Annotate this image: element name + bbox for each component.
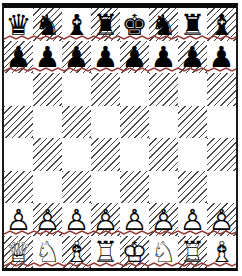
square-e4[interactable]	[120, 138, 149, 171]
white-pawn: ♟♙	[122, 206, 148, 235]
square-c5[interactable]	[62, 106, 91, 139]
black-pawn: ♟	[151, 43, 177, 72]
square-c1[interactable]: ♝♗	[62, 236, 91, 269]
square-h4[interactable]	[207, 138, 236, 171]
black-pawn: ♟	[122, 43, 148, 72]
white-piece-outline: ♙	[209, 206, 235, 235]
square-e6[interactable]	[120, 73, 149, 106]
square-f6[interactable]	[149, 73, 178, 106]
square-g8[interactable]: ♜	[178, 8, 207, 41]
square-g5[interactable]	[178, 106, 207, 139]
black-pawn: ♟	[209, 43, 235, 72]
white-bishop: ♝♗	[209, 238, 235, 267]
white-knight: ♞♘	[35, 238, 61, 267]
white-piece-outline: ♗	[64, 238, 90, 267]
square-a5[interactable]	[4, 106, 33, 139]
white-piece-outline: ♔	[122, 238, 148, 267]
white-pawn: ♟♙	[6, 206, 32, 235]
black-pawn: ♟	[35, 43, 61, 72]
square-f4[interactable]	[149, 138, 178, 171]
black-knight: ♞	[151, 11, 177, 40]
square-d3[interactable]	[91, 171, 120, 204]
square-g2[interactable]: ♟♙	[178, 203, 207, 236]
square-b6[interactable]	[33, 73, 62, 106]
square-d6[interactable]	[91, 73, 120, 106]
square-h3[interactable]	[207, 171, 236, 204]
square-g6[interactable]	[178, 73, 207, 106]
white-bishop: ♝♗	[64, 238, 90, 267]
white-pawn: ♟♙	[180, 206, 206, 235]
black-pawn: ♟	[93, 43, 119, 72]
board-frame: ♛♞♝♜♚♞♜♝♟♟♟♟♟♟♟♟♟♙♟♙♟♙♟♙♟♙♟♙♟♙♟♙♛♕♞♘♝♗♜♖…	[2, 3, 238, 271]
white-pawn: ♟♙	[64, 206, 90, 235]
square-d7[interactable]: ♟	[91, 41, 120, 74]
square-a7[interactable]: ♟	[4, 41, 33, 74]
white-queen: ♛♕	[6, 238, 32, 267]
black-pawn: ♟	[64, 43, 90, 72]
chess-board: ♛♞♝♜♚♞♜♝♟♟♟♟♟♟♟♟♟♙♟♙♟♙♟♙♟♙♟♙♟♙♟♙♛♕♞♘♝♗♜♖…	[4, 8, 236, 268]
white-piece-outline: ♙	[35, 206, 61, 235]
square-e7[interactable]: ♟	[120, 41, 149, 74]
black-rook: ♜	[180, 11, 206, 40]
white-piece-outline: ♘	[151, 238, 177, 267]
square-g3[interactable]	[178, 171, 207, 204]
square-b2[interactable]: ♟♙	[33, 203, 62, 236]
black-rook: ♜	[93, 11, 119, 40]
black-knight: ♞	[35, 11, 61, 40]
square-g4[interactable]	[178, 138, 207, 171]
square-a6[interactable]	[4, 73, 33, 106]
square-h8[interactable]: ♝	[207, 8, 236, 41]
square-e5[interactable]	[120, 106, 149, 139]
square-b5[interactable]	[33, 106, 62, 139]
white-piece-outline: ♙	[93, 206, 119, 235]
white-piece-outline: ♖	[93, 238, 119, 267]
square-a4[interactable]	[4, 138, 33, 171]
white-piece-outline: ♙	[122, 206, 148, 235]
square-g7[interactable]: ♟	[178, 41, 207, 74]
black-king: ♚	[122, 11, 148, 40]
white-piece-outline: ♙	[180, 206, 206, 235]
square-e1[interactable]: ♚♔	[120, 236, 149, 269]
black-queen: ♛	[6, 11, 32, 40]
square-a2[interactable]: ♟♙	[4, 203, 33, 236]
square-h7[interactable]: ♟	[207, 41, 236, 74]
white-pawn: ♟♙	[209, 206, 235, 235]
black-pawn: ♟	[180, 43, 206, 72]
square-h2[interactable]: ♟♙	[207, 203, 236, 236]
square-f5[interactable]	[149, 106, 178, 139]
white-king: ♚♔	[122, 238, 148, 267]
white-piece-outline: ♘	[35, 238, 61, 267]
square-d5[interactable]	[91, 106, 120, 139]
square-b4[interactable]	[33, 138, 62, 171]
square-d1[interactable]: ♜♖	[91, 236, 120, 269]
black-bishop: ♝	[209, 11, 235, 40]
black-bishop: ♝	[64, 11, 90, 40]
white-piece-outline: ♕	[6, 238, 32, 267]
square-h1[interactable]: ♝♗	[207, 236, 236, 269]
white-rook: ♜♖	[93, 238, 119, 267]
square-c3[interactable]	[62, 171, 91, 204]
square-c6[interactable]	[62, 73, 91, 106]
square-d4[interactable]	[91, 138, 120, 171]
white-piece-outline: ♙	[6, 206, 32, 235]
white-pawn: ♟♙	[151, 206, 177, 235]
square-b8[interactable]: ♞	[33, 8, 62, 41]
white-piece-outline: ♙	[151, 206, 177, 235]
square-d2[interactable]: ♟♙	[91, 203, 120, 236]
square-f8[interactable]: ♞	[149, 8, 178, 41]
square-h5[interactable]	[207, 106, 236, 139]
square-c8[interactable]: ♝	[62, 8, 91, 41]
square-e3[interactable]	[120, 171, 149, 204]
square-f1[interactable]: ♞♘	[149, 236, 178, 269]
square-f2[interactable]: ♟♙	[149, 203, 178, 236]
white-knight: ♞♘	[151, 238, 177, 267]
black-pawn: ♟	[6, 43, 32, 72]
white-pawn: ♟♙	[35, 206, 61, 235]
square-a3[interactable]	[4, 171, 33, 204]
square-a1[interactable]: ♛♕	[4, 236, 33, 269]
square-h6[interactable]	[207, 73, 236, 106]
square-e2[interactable]: ♟♙	[120, 203, 149, 236]
square-e8[interactable]: ♚	[120, 8, 149, 41]
square-f3[interactable]	[149, 171, 178, 204]
square-a8[interactable]: ♛	[4, 8, 33, 41]
square-g1[interactable]: ♜♖	[178, 236, 207, 269]
square-d8[interactable]: ♜	[91, 8, 120, 41]
white-piece-outline: ♖	[180, 238, 206, 267]
white-piece-outline: ♙	[64, 206, 90, 235]
square-c7[interactable]: ♟	[62, 41, 91, 74]
white-piece-outline: ♗	[209, 238, 235, 267]
white-pawn: ♟♙	[93, 206, 119, 235]
square-f7[interactable]: ♟	[149, 41, 178, 74]
chess-diagram-page: ♛♞♝♜♚♞♜♝♟♟♟♟♟♟♟♟♟♙♟♙♟♙♟♙♟♙♟♙♟♙♟♙♛♕♞♘♝♗♜♖…	[0, 0, 242, 276]
square-c4[interactable]	[62, 138, 91, 171]
white-rook: ♜♖	[180, 238, 206, 267]
square-b7[interactable]: ♟	[33, 41, 62, 74]
square-b3[interactable]	[33, 171, 62, 204]
square-b1[interactable]: ♞♘	[33, 236, 62, 269]
square-c2[interactable]: ♟♙	[62, 203, 91, 236]
